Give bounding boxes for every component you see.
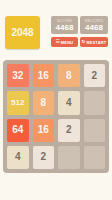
- logo-label: 2048: [11, 27, 33, 38]
- game-board[interactable]: 321682512846416242: [3, 60, 109, 173]
- tile-2: 2: [84, 64, 106, 87]
- restart-icon: ↻: [82, 40, 86, 45]
- tile-64: 64: [7, 119, 29, 142]
- score-box: SCORE 4468: [51, 16, 78, 34]
- tile-4: 4: [58, 91, 80, 114]
- score-label: SCORE: [57, 19, 72, 23]
- logo-2048-tile: 2048: [5, 16, 40, 49]
- tile-16: 16: [33, 119, 55, 142]
- menu-icon: ☰: [56, 40, 60, 45]
- restart-button-label: RESTART: [86, 40, 106, 45]
- tile-16: 16: [33, 64, 55, 87]
- tile-8: 8: [33, 91, 55, 114]
- tile-2: 2: [33, 146, 55, 169]
- best-label: RECORD: [85, 19, 104, 23]
- empty-cell: [84, 146, 106, 169]
- best-value: 4468: [85, 24, 103, 32]
- score-value: 4468: [56, 24, 74, 32]
- empty-cell: [84, 91, 106, 114]
- menu-button-label: MENU: [61, 40, 74, 45]
- restart-button[interactable]: ↻ RESTART: [80, 37, 108, 47]
- tile-32: 32: [7, 64, 29, 87]
- tile-512: 512: [7, 91, 29, 114]
- tile-8: 8: [58, 64, 80, 87]
- empty-cell: [84, 119, 106, 142]
- best-score-box: RECORD 4468: [80, 16, 108, 34]
- tile-2: 2: [58, 119, 80, 142]
- empty-cell: [58, 146, 80, 169]
- menu-button[interactable]: ☰ MENU: [51, 37, 78, 47]
- tile-4: 4: [7, 146, 29, 169]
